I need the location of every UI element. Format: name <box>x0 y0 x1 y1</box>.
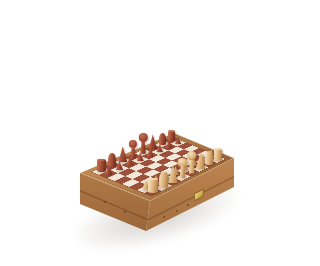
piece-natural-rook-h1 <box>214 149 223 161</box>
product-photo <box>68 0 252 266</box>
piece-red-pawn-d7 <box>137 153 144 162</box>
piece-natural-bishop-f1 <box>196 152 206 169</box>
screw-pin <box>124 211 126 213</box>
piece-red-pawn-b7 <box>116 161 124 170</box>
piece-natural-bishop-c1 <box>168 165 179 183</box>
piece-red-pawn-h7 <box>175 136 182 144</box>
screw-pin <box>104 201 106 203</box>
screw-pin <box>187 204 189 206</box>
piece-red-pawn-e7 <box>147 148 154 156</box>
piece-natural-knight-b1 <box>159 172 168 187</box>
piece-natural-king-e1 <box>187 151 197 174</box>
piece-red-pawn-f7 <box>156 144 163 152</box>
piece-natural-queen-d1 <box>178 158 188 179</box>
piece-red-pawn-a7 <box>105 166 113 175</box>
piece-red-pawn-c7 <box>126 157 133 166</box>
piece-natural-rook-a1 <box>148 179 158 193</box>
piece-natural-knight-g1 <box>205 151 213 165</box>
piece-red-pawn-g7 <box>166 140 173 148</box>
screw-pin <box>176 210 178 212</box>
screw-pin <box>163 216 165 218</box>
